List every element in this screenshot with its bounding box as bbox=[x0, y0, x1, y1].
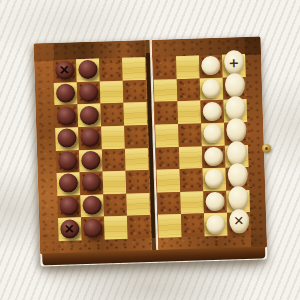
board-square[interactable] bbox=[76, 59, 100, 82]
chess-piece-peg[interactable]: + bbox=[223, 50, 244, 75]
board-left-half-grid: ✕✕ bbox=[53, 57, 151, 241]
piece-mark: + bbox=[223, 50, 244, 75]
chess-piece-peg[interactable] bbox=[55, 83, 75, 103]
piece-mark: ✕ bbox=[228, 209, 249, 234]
clasp-pin-icon bbox=[265, 147, 268, 150]
chess-piece-peg[interactable] bbox=[78, 83, 98, 103]
chess-piece-peg[interactable] bbox=[57, 151, 77, 171]
chess-piece-peg[interactable] bbox=[203, 147, 223, 167]
board-square[interactable] bbox=[176, 55, 200, 78]
chess-piece-peg[interactable] bbox=[57, 129, 77, 149]
board-right-half: +✕ bbox=[151, 36, 267, 250]
board-square[interactable] bbox=[204, 213, 228, 236]
board-square[interactable] bbox=[100, 103, 124, 126]
chess-piece-peg[interactable] bbox=[56, 106, 76, 126]
board-square[interactable] bbox=[78, 126, 102, 149]
chess-piece-peg[interactable] bbox=[78, 60, 98, 80]
chess-piece-peg[interactable] bbox=[227, 163, 248, 188]
chess-piece-peg[interactable] bbox=[81, 173, 101, 193]
chess-piece-peg[interactable] bbox=[83, 218, 103, 238]
board-square[interactable] bbox=[158, 214, 182, 237]
chess-piece-peg[interactable]: ✕ bbox=[228, 209, 249, 234]
board-square[interactable]: ✕ bbox=[53, 59, 77, 82]
board-square[interactable] bbox=[177, 78, 201, 101]
chess-piece-peg[interactable] bbox=[58, 174, 78, 194]
chess-box: ✕✕ +✕ bbox=[34, 36, 268, 266]
board-square[interactable] bbox=[177, 101, 201, 124]
board-square[interactable] bbox=[123, 80, 147, 103]
board-square[interactable] bbox=[102, 148, 126, 171]
board-square[interactable] bbox=[80, 172, 104, 195]
board-square[interactable] bbox=[178, 123, 202, 146]
chess-piece-peg[interactable] bbox=[224, 73, 245, 98]
brass-clasp bbox=[262, 143, 272, 154]
board-square[interactable]: ✕ bbox=[227, 212, 251, 235]
board-right-half-grid: +✕ bbox=[153, 54, 251, 238]
chess-piece-peg[interactable] bbox=[204, 169, 224, 189]
board-square[interactable] bbox=[103, 171, 127, 194]
board-square[interactable] bbox=[81, 217, 105, 240]
board-square[interactable] bbox=[77, 81, 101, 104]
board-square[interactable] bbox=[203, 168, 227, 191]
board-square[interactable] bbox=[154, 79, 178, 102]
board-square[interactable] bbox=[153, 56, 177, 79]
board-square[interactable] bbox=[180, 168, 204, 191]
chess-piece-peg[interactable] bbox=[228, 186, 249, 211]
chess-piece-peg[interactable] bbox=[80, 128, 100, 148]
board-square[interactable] bbox=[155, 124, 179, 147]
photo-background: ✕✕ +✕ bbox=[0, 0, 300, 300]
board-square[interactable] bbox=[157, 192, 181, 215]
board-square[interactable] bbox=[77, 104, 101, 127]
board-square[interactable] bbox=[201, 123, 225, 146]
chess-piece-peg[interactable] bbox=[226, 118, 247, 143]
chess-piece-peg[interactable] bbox=[201, 79, 221, 99]
board-square[interactable] bbox=[181, 214, 205, 237]
board-square[interactable] bbox=[54, 105, 78, 128]
board-square[interactable] bbox=[79, 149, 103, 172]
chess-piece-peg[interactable]: ✕ bbox=[60, 219, 80, 239]
board-square[interactable] bbox=[124, 125, 148, 148]
board-square[interactable] bbox=[203, 190, 227, 213]
chess-piece-peg[interactable] bbox=[205, 192, 225, 212]
board-square[interactable] bbox=[126, 193, 150, 216]
chess-piece-peg[interactable] bbox=[80, 150, 100, 170]
board-square[interactable] bbox=[179, 146, 203, 169]
board-square[interactable] bbox=[80, 194, 104, 217]
board-square[interactable] bbox=[123, 102, 147, 125]
board-square[interactable]: ✕ bbox=[58, 218, 82, 241]
board-square[interactable] bbox=[122, 57, 146, 80]
board-square[interactable] bbox=[125, 148, 149, 171]
chess-piece-peg[interactable] bbox=[202, 101, 222, 121]
board-square[interactable] bbox=[180, 191, 204, 214]
board-square[interactable] bbox=[200, 100, 224, 123]
chess-piece-peg[interactable] bbox=[203, 124, 223, 144]
board-square[interactable] bbox=[200, 77, 224, 100]
board-square[interactable] bbox=[57, 195, 81, 218]
piece-mark: ✕ bbox=[60, 219, 80, 239]
board-square[interactable] bbox=[99, 58, 123, 81]
chess-piece-peg[interactable]: ✕ bbox=[55, 61, 75, 81]
board-square[interactable] bbox=[103, 194, 127, 217]
board-square[interactable] bbox=[202, 145, 226, 168]
chess-piece-peg[interactable] bbox=[201, 56, 221, 76]
chess-piece-peg[interactable] bbox=[59, 196, 79, 216]
board-square[interactable] bbox=[57, 172, 81, 195]
board-square[interactable] bbox=[156, 147, 180, 170]
board-square[interactable] bbox=[101, 126, 125, 149]
board-square[interactable] bbox=[157, 169, 181, 192]
board-square[interactable] bbox=[55, 127, 79, 150]
board-square[interactable] bbox=[154, 101, 178, 124]
chess-piece-peg[interactable] bbox=[225, 96, 246, 121]
board-square[interactable] bbox=[100, 80, 124, 103]
chess-piece-peg[interactable] bbox=[79, 105, 99, 125]
board-square[interactable] bbox=[127, 215, 151, 238]
board-square[interactable] bbox=[104, 216, 128, 239]
chess-piece-peg[interactable] bbox=[206, 214, 226, 234]
board-square[interactable] bbox=[199, 55, 223, 78]
chess-piece-peg[interactable] bbox=[82, 196, 102, 216]
board-square[interactable] bbox=[54, 82, 78, 105]
piece-mark: ✕ bbox=[55, 61, 75, 81]
board-square[interactable] bbox=[126, 170, 150, 193]
board-square[interactable] bbox=[56, 150, 80, 173]
chess-piece-peg[interactable] bbox=[226, 141, 247, 166]
board-left-half: ✕✕ bbox=[34, 40, 154, 254]
